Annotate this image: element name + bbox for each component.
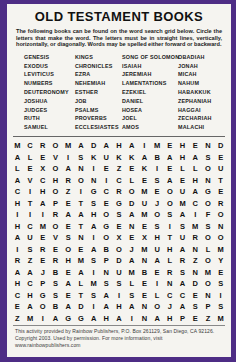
grid-cell[interactable]: R [189, 232, 202, 244]
grid-cell[interactable]: I [163, 220, 176, 232]
grid-cell[interactable]: A [75, 209, 88, 221]
grid-cell[interactable]: I [87, 266, 100, 278]
grid-cell[interactable]: S [176, 220, 189, 232]
grid-cell[interactable]: S [202, 220, 215, 232]
grid-cell[interactable]: O [62, 243, 75, 255]
grid-cell[interactable]: H [24, 289, 37, 301]
grid-cell[interactable]: X [36, 163, 49, 175]
grid-cell[interactable]: A [75, 266, 88, 278]
grid-cell[interactable]: H [49, 174, 62, 186]
grid-cell[interactable]: L [189, 163, 202, 175]
grid-cell[interactable]: I [151, 163, 164, 175]
grid-cell[interactable]: G [36, 289, 49, 301]
grid-cell[interactable]: U [151, 243, 164, 255]
grid-cell[interactable]: B [100, 243, 113, 255]
grid-cell[interactable]: B [49, 266, 62, 278]
grid-cell[interactable]: C [36, 174, 49, 186]
grid-cell[interactable]: L [24, 151, 37, 163]
grid-cell[interactable]: E [75, 243, 88, 255]
word-list-item: RUTH [24, 114, 75, 123]
grid-cell[interactable]: T [163, 232, 176, 244]
grid-cell[interactable]: N [125, 220, 138, 232]
page-title: OLD TESTAMENT BOOKS [10, 9, 228, 24]
grid-cell[interactable]: M [24, 312, 37, 324]
grid-cell[interactable]: M [138, 186, 151, 198]
grid-cell[interactable]: O [125, 186, 138, 198]
grid-cell[interactable]: C [24, 220, 37, 232]
grid-cell[interactable]: R [36, 140, 49, 152]
grid-cell[interactable]: C [11, 186, 24, 198]
word-list-item: LEVITICUS [24, 70, 75, 79]
grid-cell[interactable]: Y [214, 255, 227, 267]
grid-cell[interactable]: A [62, 278, 75, 290]
grid-cell[interactable]: S [151, 174, 164, 186]
grid-cell[interactable]: Z [202, 312, 215, 324]
grid-cell[interactable]: J [163, 301, 176, 313]
grid-cell[interactable]: O [214, 232, 227, 244]
grid-cell[interactable]: E [189, 289, 202, 301]
grid-cell[interactable]: L [125, 174, 138, 186]
grid-cell[interactable]: R [11, 255, 24, 267]
grid-cell[interactable]: I [62, 151, 75, 163]
grid-cell[interactable]: H [62, 255, 75, 267]
grid-cell[interactable]: I [36, 312, 49, 324]
grid-cell[interactable]: E [189, 312, 202, 324]
grid-cell[interactable]: M [75, 255, 88, 267]
grid-cell[interactable]: A [125, 255, 138, 267]
grid-cell[interactable]: A [36, 197, 49, 209]
grid-cell[interactable]: I [24, 209, 37, 221]
grid-cell[interactable]: S [202, 151, 215, 163]
grid-cell[interactable]: F [202, 209, 215, 221]
grid-cell[interactable]: I [36, 209, 49, 221]
grid-cell[interactable]: S [87, 255, 100, 267]
grid-cell[interactable]: E [138, 220, 151, 232]
grid-cell[interactable]: L [125, 278, 138, 290]
grid-cell[interactable]: N [100, 266, 113, 278]
instructions: The following books can be found on the … [16, 28, 222, 48]
grid-cell[interactable]: S [24, 243, 37, 255]
grid-cell[interactable]: C [113, 174, 126, 186]
grid-cell[interactable]: J [151, 197, 164, 209]
grid-cell[interactable]: E [36, 232, 49, 244]
grid-cell[interactable]: I [87, 232, 100, 244]
word-list-item: SAMUEL [24, 123, 75, 132]
grid-cell[interactable]: J [36, 266, 49, 278]
grid-cell[interactable]: R [49, 209, 62, 221]
grid-cell[interactable]: B [151, 151, 164, 163]
grid-cell[interactable]: A [163, 151, 176, 163]
grid-cell[interactable]: E [113, 220, 126, 232]
grid-cell[interactable]: R [113, 186, 126, 198]
grid-cell[interactable]: E [214, 266, 227, 278]
grid-cell[interactable]: E [24, 163, 37, 175]
puzzle-page: OLD TESTAMENT BOOKS The following books … [7, 4, 231, 357]
grid-cell[interactable]: L [176, 163, 189, 175]
grid-cell[interactable]: U [176, 232, 189, 244]
word-list-item: HOSEA [122, 106, 178, 115]
grid-cell[interactable]: I [100, 174, 113, 186]
grid-cell[interactable]: E [100, 163, 113, 175]
grid-cell[interactable]: N [202, 174, 215, 186]
grid-cell[interactable]: O [49, 163, 62, 175]
word-search-grid: MCROMADAHAIMEHENDALEVISKUKKABAHASELEXOAN… [11, 140, 227, 324]
grid-cell[interactable]: U [100, 151, 113, 163]
grid-cell[interactable]: O [49, 186, 62, 198]
grid-cell[interactable]: E [62, 197, 75, 209]
grid-cell[interactable]: C [176, 289, 189, 301]
grid-cell[interactable]: M [138, 243, 151, 255]
word-list-item: ECCLESIASTES [75, 123, 122, 132]
grid-cell[interactable]: S [113, 209, 126, 221]
grid-cell[interactable]: T [75, 197, 88, 209]
grid-cell[interactable]: V [49, 151, 62, 163]
grid-cell[interactable]: P [100, 255, 113, 267]
grid-cell[interactable]: A [176, 209, 189, 221]
grid-cell[interactable]: O [113, 243, 126, 255]
grid-cell[interactable]: D [87, 140, 100, 152]
grid-cell[interactable]: A [75, 140, 88, 152]
grid-cell[interactable]: I [214, 289, 227, 301]
grid-cell[interactable]: S [176, 266, 189, 278]
grid-cell[interactable]: O [202, 278, 215, 290]
grid-cell[interactable]: E [62, 266, 75, 278]
grid-cell[interactable]: C [100, 186, 113, 198]
grid-cell[interactable]: S [87, 289, 100, 301]
grid-cell[interactable]: H [189, 174, 202, 186]
grid-cell[interactable]: A [24, 301, 37, 313]
grid-cell[interactable]: U [138, 197, 151, 209]
grid-cell[interactable]: B [138, 266, 151, 278]
grid-cell[interactable]: I [125, 312, 138, 324]
grid-cell[interactable]: O [151, 209, 164, 221]
grid-cell[interactable]: C [163, 289, 176, 301]
grid-cell[interactable]: E [36, 151, 49, 163]
grid-cell[interactable]: R [49, 255, 62, 267]
grid-cell[interactable]: H [163, 312, 176, 324]
grid-cell[interactable]: T [75, 220, 88, 232]
grid-cell[interactable]: H [176, 140, 189, 152]
grid-cell[interactable]: E [125, 163, 138, 175]
grid-cell[interactable]: H [87, 209, 100, 221]
grid-cell[interactable]: G [113, 197, 126, 209]
grid-cell[interactable]: A [11, 232, 24, 244]
grid-cell[interactable]: X [138, 232, 151, 244]
grid-cell[interactable]: I [87, 301, 100, 313]
grid-cell[interactable]: L [75, 278, 88, 290]
grid-cell[interactable]: M [176, 197, 189, 209]
grid-cell[interactable]: T [24, 197, 37, 209]
grid-cell[interactable]: P [36, 278, 49, 290]
grid-cell[interactable]: A [176, 243, 189, 255]
footer-line2: Copyright 2003. Used by permission. For … [15, 335, 228, 349]
grid-cell[interactable]: U [113, 266, 126, 278]
grid-cell[interactable]: O [163, 186, 176, 198]
grid-cell[interactable]: A [62, 163, 75, 175]
grid-cell[interactable]: O [202, 197, 215, 209]
grid-cell[interactable]: X [113, 232, 126, 244]
grid-cell[interactable]: E [151, 266, 164, 278]
grid-cell[interactable]: S [214, 301, 227, 313]
grid-cell[interactable]: P [202, 301, 215, 313]
grid-cell[interactable]: E [214, 151, 227, 163]
word-column-3: SONG OF SOLOMONISAIAHJEREMIAHLAMENTATION… [122, 53, 178, 132]
grid-cell[interactable]: Z [113, 163, 126, 175]
grid-cell[interactable]: A [100, 289, 113, 301]
grid-cell[interactable]: O [100, 209, 113, 221]
grid-cell[interactable]: E [125, 232, 138, 244]
grid-cell[interactable]: E [176, 174, 189, 186]
grid-cell[interactable]: K [113, 151, 126, 163]
word-list-item: NUMBERS [24, 79, 75, 88]
grid-cell[interactable]: S [100, 278, 113, 290]
grid-cell[interactable]: N [87, 174, 100, 186]
grid-cell[interactable]: M [87, 278, 100, 290]
grid-cell[interactable]: E [49, 243, 62, 255]
grid-cell[interactable]: S [125, 289, 138, 301]
grid-cell[interactable]: U [24, 232, 37, 244]
word-list-item: LAMENTATIONS [122, 79, 178, 88]
grid-cell[interactable]: A [11, 151, 24, 163]
grid-cell[interactable]: R [176, 255, 189, 267]
grid-cell[interactable]: H [176, 151, 189, 163]
word-list-item: NEHEMIAH [75, 79, 122, 88]
grid-cell[interactable]: N [202, 289, 215, 301]
grid-cell[interactable]: S [189, 301, 202, 313]
grid-cell[interactable]: T [214, 174, 227, 186]
grid-cell[interactable]: M [138, 209, 151, 221]
grid-cell[interactable]: A [125, 301, 138, 313]
grid-cell[interactable]: H [163, 243, 176, 255]
grid-cell[interactable]: S [49, 278, 62, 290]
grid-cell[interactable]: K [125, 151, 138, 163]
grid-cell[interactable]: O [163, 197, 176, 209]
grid-cell[interactable]: O [151, 301, 164, 313]
grid-cell[interactable]: A [138, 151, 151, 163]
grid-cell[interactable]: L [202, 243, 215, 255]
word-list-item: ZECHARIAH [178, 114, 228, 123]
grid-cell[interactable]: U [176, 186, 189, 198]
grid-cell[interactable]: H [11, 197, 24, 209]
word-column-1: GENESISEXODUSLEVITICUSNUMBERSDEUTERONOMY… [24, 53, 75, 132]
grid-cell[interactable]: I [24, 186, 37, 198]
grid-cell[interactable]: J [125, 243, 138, 255]
grid-cell[interactable]: C [189, 197, 202, 209]
grid-cell[interactable]: N [138, 301, 151, 313]
grid-cell[interactable]: E [189, 140, 202, 152]
grid-cell[interactable]: G [100, 220, 113, 232]
grid-cell[interactable]: A [113, 312, 126, 324]
grid-cell[interactable]: P [49, 197, 62, 209]
grid-cell[interactable]: C [11, 289, 24, 301]
word-column-4: OBADIAHJONAHMICAHNAHUMHABAKKUKZEPHANIAHH… [178, 53, 228, 132]
grid-cell[interactable]: S [151, 220, 164, 232]
grid-cell[interactable]: A [87, 220, 100, 232]
grid-cell[interactable]: N [202, 140, 215, 152]
grid-cell[interactable]: A [189, 151, 202, 163]
grid-cell[interactable]: A [176, 301, 189, 313]
grid-cell[interactable]: U [214, 163, 227, 175]
grid-cell[interactable]: G [75, 312, 88, 324]
word-list-item: ISAIAH [122, 62, 178, 71]
grid-cell[interactable]: L [11, 163, 24, 175]
grid-cell[interactable]: N [75, 232, 88, 244]
grid-cell[interactable]: H [113, 301, 126, 313]
grid-cell[interactable]: O [202, 232, 215, 244]
grid-cell[interactable]: E [36, 255, 49, 267]
grid-cell[interactable]: Z [62, 186, 75, 198]
grid-cell[interactable]: S [62, 232, 75, 244]
grid-cell[interactable]: K [87, 151, 100, 163]
grid-cell[interactable]: C [24, 278, 37, 290]
grid-cell[interactable]: M [62, 140, 75, 152]
grid-cell[interactable]: Z [11, 312, 24, 324]
word-column-2: KINGSCHRONICLESEZRANEHEMIAHESTHERJOBPSAL… [75, 53, 122, 132]
grid-cell[interactable]: M [189, 220, 202, 232]
grid-cell[interactable]: I [11, 243, 24, 255]
grid-cell[interactable]: D [189, 278, 202, 290]
grid-cell[interactable]: S [75, 151, 88, 163]
footer-line1: This activity provided by Rainbow Publis… [15, 328, 228, 335]
grid-cell[interactable]: S [163, 209, 176, 221]
grid-cell[interactable]: A [100, 140, 113, 152]
grid-cell[interactable]: H [100, 312, 113, 324]
grid-cell[interactable]: O [49, 140, 62, 152]
grid-cell[interactable]: Z [189, 255, 202, 267]
grid-cell[interactable]: I [138, 140, 151, 152]
grid-cell[interactable]: G [202, 186, 215, 198]
grid-cell[interactable]: O [75, 174, 88, 186]
grid-cell[interactable]: R [214, 197, 227, 209]
grid-cell[interactable]: M [202, 266, 215, 278]
grid-cell[interactable]: O [214, 209, 227, 221]
grid-cell[interactable]: A [87, 243, 100, 255]
grid-cell[interactable]: D [113, 255, 126, 267]
grid-cell[interactable]: A [62, 301, 75, 313]
grid-cell[interactable]: E [138, 278, 151, 290]
grid-cell[interactable]: E [100, 197, 113, 209]
grid-cell[interactable]: A [125, 209, 138, 221]
grid-cell[interactable]: C [24, 140, 37, 152]
grid-cell[interactable]: B [49, 301, 62, 313]
grid-cell[interactable]: H [113, 140, 126, 152]
grid-cell[interactable]: N [138, 255, 151, 267]
grid-cell[interactable]: A [151, 255, 164, 267]
grid-cell[interactable]: A [100, 301, 113, 313]
grid-cell[interactable]: N [75, 163, 88, 175]
grid-cell[interactable]: I [87, 163, 100, 175]
grid-cell[interactable]: P [176, 312, 189, 324]
grid-cell[interactable]: Z [24, 255, 37, 267]
grid-cell[interactable]: H [151, 232, 164, 244]
grid-cell[interactable]: S [49, 289, 62, 301]
word-list-item: JOSHUA [24, 97, 75, 106]
grid-cell[interactable]: M [214, 243, 227, 255]
grid-cell[interactable]: V [49, 232, 62, 244]
grid-cell[interactable]: I [75, 186, 88, 198]
word-list-item: PSALMS [75, 106, 122, 115]
grid-cell[interactable]: E [151, 186, 164, 198]
grid-cell[interactable]: N [138, 312, 151, 324]
word-list-item: DEUTERONOMY [24, 88, 75, 97]
grid-cell[interactable]: A [163, 174, 176, 186]
grid-cell[interactable]: L [151, 289, 164, 301]
grid-cell[interactable]: N [189, 266, 202, 278]
grid-cell[interactable]: A [176, 278, 189, 290]
grid-cell[interactable]: A [189, 186, 202, 198]
grid-cell[interactable]: A [125, 140, 138, 152]
grid-cell[interactable]: M [151, 140, 164, 152]
grid-cell[interactable]: A [11, 266, 24, 278]
grid-cell[interactable]: R [36, 243, 49, 255]
grid-cell[interactable]: M [214, 312, 227, 324]
grid-cell[interactable]: G [87, 186, 100, 198]
grid-cell[interactable]: N [189, 243, 202, 255]
grid-cell[interactable]: S [87, 197, 100, 209]
grid-cell[interactable]: S [113, 278, 126, 290]
grid-cell[interactable]: K [138, 163, 151, 175]
grid-cell[interactable]: E [138, 174, 151, 186]
grid-cell[interactable]: G [62, 312, 75, 324]
grid-cell[interactable]: H [11, 278, 24, 290]
grid-cell[interactable]: L [163, 255, 176, 267]
grid-cell[interactable]: E [163, 140, 176, 152]
grid-cell[interactable]: D [125, 197, 138, 209]
grid-cell[interactable]: A [49, 312, 62, 324]
grid-cell[interactable]: I [189, 209, 202, 221]
grid-cell[interactable]: E [138, 289, 151, 301]
grid-cell[interactable]: A [151, 312, 164, 324]
grid-cell[interactable]: R [62, 174, 75, 186]
grid-cell[interactable]: V [24, 174, 37, 186]
grid-cell[interactable]: I [151, 278, 164, 290]
grid-cell[interactable]: N [214, 220, 227, 232]
word-list-item: MALACHI [178, 123, 228, 132]
grid-cell[interactable]: O [202, 163, 215, 175]
grid-cell[interactable]: I [11, 209, 24, 221]
grid-cell[interactable]: A [87, 312, 100, 324]
grid-cell[interactable]: O [202, 255, 215, 267]
word-list-item: EZEKIEL [122, 88, 178, 97]
grid-cell[interactable]: T [75, 289, 88, 301]
grid-cell[interactable]: O [49, 220, 62, 232]
grid-cell[interactable]: D [75, 301, 88, 313]
grid-cell[interactable]: N [163, 278, 176, 290]
grid-cell[interactable]: A [24, 266, 37, 278]
grid-cell[interactable]: S [214, 278, 227, 290]
grid-cell[interactable]: M [36, 220, 49, 232]
grid-cell[interactable]: E [62, 220, 75, 232]
grid-cell[interactable]: E [62, 289, 75, 301]
grid-cell[interactable]: H [11, 220, 24, 232]
scan-border: OLD TESTAMENT BOOKS The following books … [0, 0, 236, 362]
grid-cell[interactable]: R [163, 266, 176, 278]
grid-cell[interactable]: E [214, 186, 227, 198]
word-list-item: ESTHER [75, 88, 122, 97]
grid-cell[interactable]: O [100, 232, 113, 244]
word-list-item: HABAKKUK [178, 88, 228, 97]
grid-cell[interactable]: A [62, 209, 75, 221]
grid-cell[interactable]: O [36, 301, 49, 313]
grid-cell[interactable]: H [36, 186, 49, 198]
grid-cell[interactable]: I [113, 289, 126, 301]
grid-cell[interactable]: A [11, 174, 24, 186]
grid-cell[interactable]: M [125, 266, 138, 278]
grid-cell[interactable]: M [11, 140, 24, 152]
grid-cell[interactable]: E [11, 301, 24, 313]
grid-cell[interactable]: D [214, 140, 227, 152]
grid-cell[interactable]: E [163, 163, 176, 175]
